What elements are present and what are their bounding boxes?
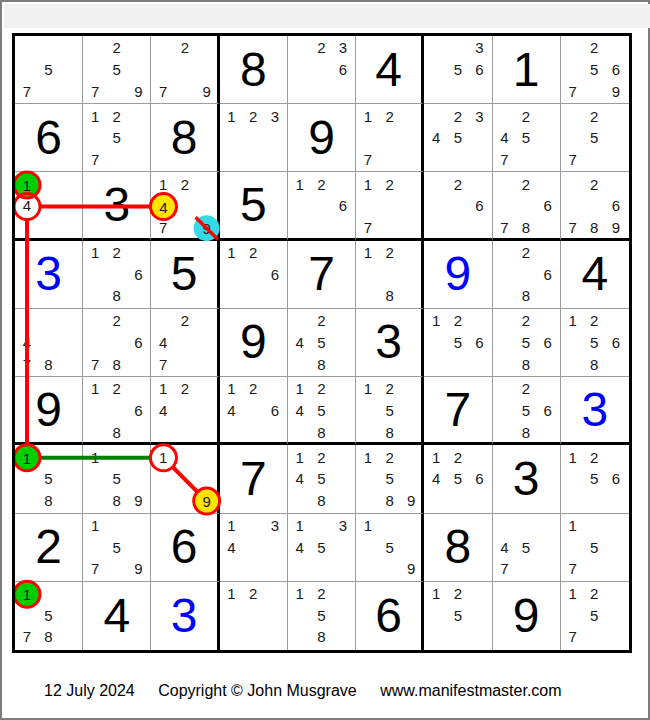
candidate-slot (289, 604, 311, 626)
candidate-slot: 2 (242, 378, 264, 400)
candidate-slot (264, 626, 286, 648)
candidate-slot (242, 515, 264, 537)
cell-r4c5[interactable]: 7 (288, 241, 356, 309)
cell-r7c8[interactable]: 3 (493, 445, 561, 513)
candidate-slot (16, 446, 38, 468)
cell-r9c5[interactable]: 1258 (288, 582, 356, 650)
candidate-grid: 25679 (562, 37, 627, 102)
candidate-slot (400, 446, 422, 468)
candidate-slot: 8 (583, 217, 605, 239)
cell-r9c6[interactable]: 6 (356, 582, 424, 650)
candidate-slot: 1 (425, 446, 447, 468)
candidate-slot: 8 (106, 490, 128, 512)
candidate-slot (605, 626, 627, 648)
candidate-slot (469, 583, 491, 605)
page-frame: 5725792798236435612567961257812391272345… (0, 0, 650, 720)
footer-website[interactable]: www.manifestmaster.com (380, 682, 561, 699)
candidate-slot (84, 59, 106, 81)
candidate-slot (221, 285, 243, 307)
candidate-slot (38, 173, 60, 195)
candidate-slot (400, 105, 422, 127)
candidate-slot: 1 (357, 242, 379, 264)
candidate-slot: 1 (289, 515, 311, 537)
given-digit: 7 (220, 445, 287, 512)
candidate-slot (425, 80, 447, 102)
cell-r7c5[interactable]: 12458 (288, 445, 356, 513)
candidate-slot (332, 353, 354, 375)
candidate-slot (311, 59, 333, 81)
candidate-slot (38, 80, 60, 102)
candidate-slot (59, 59, 81, 81)
candidate-slot: 2 (515, 105, 537, 127)
cell-r2c4[interactable]: 123 (220, 104, 288, 172)
candidate-slot (357, 490, 379, 512)
candidate-slot: 1 (562, 583, 584, 605)
candidate-grid: 127 (357, 173, 422, 238)
candidate-slot (84, 310, 106, 332)
candidate-slot (128, 105, 150, 127)
candidate-slot (84, 490, 106, 512)
candidate-slot (562, 105, 584, 127)
candidate-slot: 2 (447, 310, 469, 332)
candidate-slot (357, 400, 379, 422)
candidate-slot: 2 (515, 173, 537, 195)
candidate-slot (196, 400, 218, 422)
candidate-slot: 1 (221, 515, 243, 537)
candidate-slot (357, 468, 379, 490)
candidate-slot (128, 59, 150, 81)
candidate-slot: 6 (264, 263, 286, 285)
candidate-slot: 2 (311, 173, 333, 195)
candidate-grid: 2678 (84, 310, 149, 375)
candidate-slot (425, 195, 447, 217)
candidate-slot: 8 (106, 421, 128, 443)
cell-r3c5[interactable]: 126 (288, 172, 356, 240)
cell-r4c8[interactable]: 268 (493, 241, 561, 309)
candidate-slot (38, 446, 60, 468)
candidate-slot (196, 446, 218, 468)
cell-r6c8[interactable]: 2568 (493, 377, 561, 445)
candidate-slot (128, 536, 150, 558)
cell-r5c7[interactable]: 1256 (424, 309, 492, 377)
cell-r2c7[interactable]: 2345 (424, 104, 492, 172)
candidate-slot (59, 626, 81, 648)
cell-r6c5[interactable]: 12458 (288, 377, 356, 445)
cell-r7c6[interactable]: 12589 (356, 445, 424, 513)
candidate-slot (38, 217, 60, 239)
given-digit: 8 (151, 104, 216, 171)
candidate-slot (562, 353, 584, 375)
cell-r8c6[interactable]: 159 (356, 514, 424, 582)
candidate-slot (264, 604, 286, 626)
candidate-slot (357, 285, 379, 307)
candidate-slot: 5 (106, 536, 128, 558)
candidate-slot (16, 37, 38, 59)
candidate-slot: 2 (447, 583, 469, 605)
candidate-slot: 1 (289, 446, 311, 468)
candidate-slot: 8 (379, 490, 401, 512)
candidate-slot: 5 (38, 59, 60, 81)
candidate-slot: 2 (106, 37, 128, 59)
candidate-slot (605, 536, 627, 558)
candidate-slot: 7 (494, 149, 516, 171)
candidate-slot (196, 378, 218, 400)
candidate-slot: 7 (494, 217, 516, 239)
candidate-slot (562, 59, 584, 81)
candidate-slot (84, 37, 106, 59)
cell-r2c3[interactable]: 8 (151, 104, 219, 172)
cell-r3c9[interactable]: 26789 (561, 172, 629, 240)
candidate-grid: 26 (425, 173, 490, 238)
cell-r1c3[interactable]: 279 (151, 36, 219, 104)
candidate-slot (494, 332, 516, 354)
candidate-slot (242, 626, 264, 648)
candidate-slot (152, 195, 174, 217)
candidate-slot (469, 490, 491, 512)
candidate-slot: 5 (311, 400, 333, 422)
cell-r9c7[interactable]: 125 (424, 582, 492, 650)
candidate-slot (583, 195, 605, 217)
candidate-slot: 2 (106, 105, 128, 127)
candidate-slot (400, 400, 422, 422)
candidate-slot (379, 127, 401, 149)
candidate-slot (562, 536, 584, 558)
candidate-slot: 6 (537, 332, 559, 354)
cell-r1c1[interactable]: 57 (15, 36, 83, 104)
cell-r6c2[interactable]: 1268 (83, 377, 151, 445)
cell-r1c5[interactable]: 236 (288, 36, 356, 104)
candidate-slot: 5 (583, 468, 605, 490)
candidate-slot (242, 604, 264, 626)
candidate-slot (494, 105, 516, 127)
candidate-slot: 7 (357, 149, 379, 171)
candidate-slot: 5 (311, 332, 333, 354)
candidate-slot: 2 (379, 173, 401, 195)
candidate-slot (400, 263, 422, 285)
cell-r1c8[interactable]: 1 (493, 36, 561, 104)
cell-r5c5[interactable]: 2458 (288, 309, 356, 377)
candidate-slot: 4 (152, 332, 174, 354)
cell-r4c4[interactable]: 126 (220, 241, 288, 309)
candidate-grid: 2457 (494, 105, 559, 170)
candidate-slot: 8 (515, 353, 537, 375)
candidate-slot: 9 (128, 558, 150, 580)
cell-r2c2[interactable]: 1257 (83, 104, 151, 172)
candidate-slot (332, 310, 354, 332)
candidate-slot (84, 263, 106, 285)
candidate-slot: 9 (128, 490, 150, 512)
candidate-slot: 1 (84, 105, 106, 127)
given-digit: 6 (356, 582, 421, 650)
cell-r4c1[interactable]: 3 (15, 241, 83, 309)
candidate-slot (583, 490, 605, 512)
given-digit: 8 (424, 514, 491, 581)
candidate-slot: 1 (84, 378, 106, 400)
cell-r8c2[interactable]: 1579 (83, 514, 151, 582)
candidate-slot (400, 536, 422, 558)
candidate-slot: 2 (583, 310, 605, 332)
cell-r5c9[interactable]: 12568 (561, 309, 629, 377)
cell-r3c7[interactable]: 26 (424, 172, 492, 240)
candidate-grid: 1268 (84, 378, 149, 443)
candidate-slot (128, 515, 150, 537)
cell-r6c1[interactable]: 9 (15, 377, 83, 445)
cell-r3c2[interactable]: 3 (83, 172, 151, 240)
candidate-slot (128, 285, 150, 307)
candidate-slot (425, 149, 447, 171)
candidate-slot: 6 (605, 59, 627, 81)
cell-r5c3[interactable]: 247 (151, 309, 219, 377)
cell-r2c1[interactable]: 6 (15, 104, 83, 172)
cell-r5c2[interactable]: 2678 (83, 309, 151, 377)
given-digit: 4 (356, 36, 421, 103)
candidate-slot (106, 149, 128, 171)
given-digit: 4 (561, 241, 629, 308)
cell-r2c6[interactable]: 127 (356, 104, 424, 172)
candidate-slot (332, 583, 354, 605)
candidate-slot (242, 285, 264, 307)
candidate-grid: 1 (152, 446, 217, 511)
candidate-slot: 6 (128, 400, 150, 422)
cell-r3c8[interactable]: 2678 (493, 172, 561, 240)
cell-r9c1[interactable]: 578 (15, 582, 83, 650)
cell-r4c9[interactable]: 4 (561, 241, 629, 309)
candidate-grid: 12458 (289, 446, 354, 511)
candidate-slot (332, 421, 354, 443)
cell-r3c6[interactable]: 127 (356, 172, 424, 240)
candidate-slot (84, 468, 106, 490)
cell-r2c5[interactable]: 9 (288, 104, 356, 172)
candidate-slot (174, 80, 196, 102)
cell-r4c7[interactable]: 9 (424, 241, 492, 309)
candidate-slot (16, 490, 38, 512)
given-digit: 3 (356, 309, 421, 376)
candidate-slot: 1 (152, 173, 174, 195)
cell-r6c9[interactable]: 3 (561, 377, 629, 445)
candidate-slot (425, 217, 447, 239)
candidate-grid: 12589 (357, 446, 422, 511)
candidate-grid: 1345 (289, 515, 354, 580)
candidate-slot: 2 (311, 583, 333, 605)
cell-r3c4[interactable]: 5 (220, 172, 288, 240)
cell-r2c8[interactable]: 2457 (493, 104, 561, 172)
candidate-slot (332, 468, 354, 490)
candidate-grid: 1268 (84, 242, 149, 307)
cell-r8c8[interactable]: 457 (493, 514, 561, 582)
candidate-slot (494, 263, 516, 285)
candidate-slot: 9 (400, 490, 422, 512)
candidate-slot (174, 400, 196, 422)
candidate-grid: 1257 (562, 583, 627, 648)
candidate-slot (242, 558, 264, 580)
candidate-grid: 4 (16, 173, 81, 238)
solved-digit: 3 (561, 377, 629, 442)
cell-r8c3[interactable]: 6 (151, 514, 219, 582)
candidate-slot: 8 (379, 421, 401, 443)
candidate-slot (425, 37, 447, 59)
candidate-slot (174, 468, 196, 490)
candidate-slot (400, 378, 422, 400)
candidate-slot (128, 310, 150, 332)
candidate-slot: 7 (357, 217, 379, 239)
candidate-slot: 5 (583, 59, 605, 81)
candidate-slot (332, 558, 354, 580)
cell-r3c3[interactable]: 127 (151, 172, 219, 240)
candidate-slot (106, 80, 128, 102)
cell-r4c3[interactable]: 5 (151, 241, 219, 309)
candidate-grid: 236 (289, 37, 354, 102)
candidate-slot: 8 (311, 421, 333, 443)
cell-r8c4[interactable]: 134 (220, 514, 288, 582)
candidate-grid: 157 (562, 515, 627, 580)
candidate-slot: 1 (84, 515, 106, 537)
candidate-slot (38, 195, 60, 217)
candidate-slot (357, 263, 379, 285)
candidate-slot: 5 (447, 604, 469, 626)
candidate-slot: 7 (494, 558, 516, 580)
cell-r6c4[interactable]: 1246 (220, 377, 288, 445)
candidate-slot (264, 149, 286, 171)
candidate-slot (583, 149, 605, 171)
cell-r7c9[interactable]: 1256 (561, 445, 629, 513)
cell-r7c4[interactable]: 7 (220, 445, 288, 513)
candidate-slot (469, 310, 491, 332)
candidate-slot (469, 217, 491, 239)
candidate-slot: 1 (425, 583, 447, 605)
candidate-slot: 9 (400, 558, 422, 580)
cell-r9c4[interactable]: 12 (220, 582, 288, 650)
cell-r1c4[interactable]: 8 (220, 36, 288, 104)
candidate-slot (605, 353, 627, 375)
candidate-slot: 5 (311, 536, 333, 558)
candidate-slot (357, 127, 379, 149)
candidate-slot (494, 353, 516, 375)
candidate-slot (537, 127, 559, 149)
candidate-slot: 7 (152, 217, 174, 239)
candidate-slot (562, 468, 584, 490)
candidate-slot: 2 (242, 242, 264, 264)
cell-r5c8[interactable]: 2568 (493, 309, 561, 377)
candidate-slot: 8 (38, 490, 60, 512)
candidate-slot (16, 468, 38, 490)
candidate-slot: 2 (311, 446, 333, 468)
cell-r9c3[interactable]: 3 (151, 582, 219, 650)
cell-r8c9[interactable]: 157 (561, 514, 629, 582)
cell-r7c3[interactable]: 1 (151, 445, 219, 513)
candidate-slot (59, 80, 81, 102)
cell-r1c6[interactable]: 4 (356, 36, 424, 104)
candidate-grid: 125 (425, 583, 490, 648)
candidate-slot (128, 446, 150, 468)
cell-r7c7[interactable]: 12456 (424, 445, 492, 513)
candidate-slot: 4 (494, 536, 516, 558)
cell-r7c1[interactable]: 58 (15, 445, 83, 513)
candidate-slot (537, 149, 559, 171)
candidate-slot: 2 (583, 173, 605, 195)
candidate-grid: 356 (425, 37, 490, 102)
candidate-slot (605, 37, 627, 59)
candidate-slot (242, 400, 264, 422)
candidate-slot (425, 604, 447, 626)
candidate-slot (59, 310, 81, 332)
cell-r4c6[interactable]: 128 (356, 241, 424, 309)
candidate-slot (59, 353, 81, 375)
cell-r8c7[interactable]: 8 (424, 514, 492, 582)
cell-r7c2[interactable]: 1589 (83, 445, 151, 513)
candidate-grid: 128 (357, 242, 422, 307)
candidate-slot (59, 332, 81, 354)
candidate-slot (400, 195, 422, 217)
candidate-slot (174, 421, 196, 443)
candidate-grid: 12458 (289, 378, 354, 443)
candidate-slot: 2 (583, 37, 605, 59)
candidate-grid: 1246 (221, 378, 286, 443)
candidate-grid: 134 (221, 515, 286, 580)
given-digit: 1 (493, 36, 560, 103)
candidate-slot: 4 (425, 127, 447, 149)
candidate-slot: 4 (289, 400, 311, 422)
candidate-slot (605, 583, 627, 605)
given-digit: 5 (220, 172, 287, 237)
given-digit: 2 (15, 514, 82, 581)
candidate-slot: 3 (332, 37, 354, 59)
cell-r9c2[interactable]: 4 (83, 582, 151, 650)
candidate-slot (447, 626, 469, 648)
cell-r9c8[interactable]: 9 (493, 582, 561, 650)
candidate-slot (174, 490, 196, 512)
candidate-slot: 8 (379, 285, 401, 307)
candidate-slot (562, 604, 584, 626)
candidate-slot: 4 (221, 400, 243, 422)
cell-r6c3[interactable]: 124 (151, 377, 219, 445)
candidate-slot (174, 332, 196, 354)
candidate-slot: 2 (311, 310, 333, 332)
candidate-slot (16, 217, 38, 239)
candidate-slot: 5 (515, 400, 537, 422)
cell-r3c1[interactable]: 4 (15, 172, 83, 240)
cell-r9c9[interactable]: 1257 (561, 582, 629, 650)
candidate-slot (106, 332, 128, 354)
candidate-slot (332, 446, 354, 468)
given-digit: 9 (493, 582, 560, 650)
solved-digit: 3 (15, 241, 82, 308)
cell-r4c2[interactable]: 1268 (83, 241, 151, 309)
cell-r8c5[interactable]: 1345 (288, 514, 356, 582)
candidate-slot (174, 353, 196, 375)
cell-r5c1[interactable]: 478 (15, 309, 83, 377)
cell-r2c9[interactable]: 257 (561, 104, 629, 172)
candidate-grid: 1256 (562, 446, 627, 511)
candidate-slot (425, 490, 447, 512)
cell-r1c2[interactable]: 2579 (83, 36, 151, 104)
candidate-slot (425, 332, 447, 354)
candidate-slot (174, 59, 196, 81)
cell-r1c9[interactable]: 25679 (561, 36, 629, 104)
candidate-slot (38, 310, 60, 332)
candidate-slot (38, 37, 60, 59)
cell-r5c6[interactable]: 3 (356, 309, 424, 377)
candidate-slot (562, 127, 584, 149)
candidate-slot: 5 (583, 332, 605, 354)
cell-r8c1[interactable]: 2 (15, 514, 83, 582)
candidate-slot: 1 (289, 583, 311, 605)
candidate-slot: 5 (106, 127, 128, 149)
cell-r1c7[interactable]: 356 (424, 36, 492, 104)
cell-r6c6[interactable]: 1258 (356, 377, 424, 445)
cell-r5c4[interactable]: 9 (220, 309, 288, 377)
cell-r6c7[interactable]: 7 (424, 377, 492, 445)
candidate-grid: 57 (16, 37, 81, 102)
